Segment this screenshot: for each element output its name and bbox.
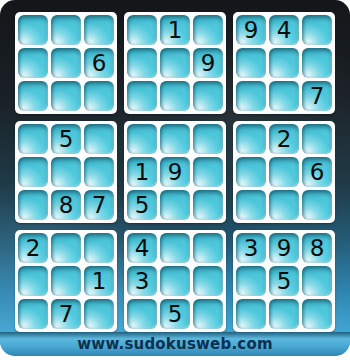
sudoku-cell-r8c2[interactable]: [51, 266, 81, 296]
sudoku-board: 619947587195262174353985: [15, 12, 335, 332]
sudoku-cell-r4c5[interactable]: [160, 124, 190, 154]
sudoku-box-3: 947: [233, 12, 335, 114]
sudoku-cell-r3c3[interactable]: [84, 81, 114, 111]
sudoku-box-7: 217: [15, 230, 117, 332]
sudoku-cell-r1c2[interactable]: [51, 15, 81, 45]
sudoku-cell-r9c1[interactable]: [18, 299, 48, 329]
sudoku-cell-r9c2[interactable]: 7: [51, 299, 81, 329]
sudoku-cell-r9c9[interactable]: [302, 299, 332, 329]
sudoku-cell-r4c3[interactable]: [84, 124, 114, 154]
sudoku-cell-r2c1[interactable]: [18, 48, 48, 78]
sudoku-cell-r2c7[interactable]: [236, 48, 266, 78]
sudoku-cell-r4c6[interactable]: [193, 124, 223, 154]
sudoku-cell-r8c5[interactable]: [160, 266, 190, 296]
sudoku-cell-r9c4[interactable]: [127, 299, 157, 329]
sudoku-cell-r5c9[interactable]: 6: [302, 157, 332, 187]
sudoku-cell-r8c8[interactable]: 5: [269, 266, 299, 296]
sudoku-cell-r4c8[interactable]: 2: [269, 124, 299, 154]
sudoku-cell-r1c6[interactable]: [193, 15, 223, 45]
sudoku-cell-r2c8[interactable]: [269, 48, 299, 78]
sudoku-cell-r9c7[interactable]: [236, 299, 266, 329]
sudoku-cell-r7c2[interactable]: [51, 233, 81, 263]
sudoku-cell-r2c3[interactable]: 6: [84, 48, 114, 78]
sudoku-cell-r2c2[interactable]: [51, 48, 81, 78]
sudoku-cell-r3c1[interactable]: [18, 81, 48, 111]
sudoku-cell-r7c8[interactable]: 9: [269, 233, 299, 263]
sudoku-cell-r5c3[interactable]: [84, 157, 114, 187]
sudoku-cell-r9c5[interactable]: 5: [160, 299, 190, 329]
sudoku-cell-r7c6[interactable]: [193, 233, 223, 263]
sudoku-cell-r5c1[interactable]: [18, 157, 48, 187]
sudoku-cell-r8c7[interactable]: [236, 266, 266, 296]
sudoku-cell-r7c4[interactable]: 4: [127, 233, 157, 263]
sudoku-cell-r3c7[interactable]: [236, 81, 266, 111]
sudoku-cell-r8c1[interactable]: [18, 266, 48, 296]
sudoku-cell-r3c6[interactable]: [193, 81, 223, 111]
sudoku-cell-r3c9[interactable]: 7: [302, 81, 332, 111]
sudoku-cell-r2c9[interactable]: [302, 48, 332, 78]
sudoku-cell-r4c9[interactable]: [302, 124, 332, 154]
sudoku-cell-r3c5[interactable]: [160, 81, 190, 111]
sudoku-cell-r8c3[interactable]: 1: [84, 266, 114, 296]
sudoku-box-4: 587: [15, 121, 117, 223]
sudoku-cell-r1c1[interactable]: [18, 15, 48, 45]
sudoku-cell-r8c9[interactable]: [302, 266, 332, 296]
sudoku-cell-r6c5[interactable]: [160, 190, 190, 220]
sudoku-cell-r3c8[interactable]: [269, 81, 299, 111]
sudoku-cell-r3c4[interactable]: [127, 81, 157, 111]
sudoku-cell-r6c8[interactable]: [269, 190, 299, 220]
sudoku-cell-r4c2[interactable]: 5: [51, 124, 81, 154]
sudoku-cell-r6c4[interactable]: 5: [127, 190, 157, 220]
sudoku-cell-r8c6[interactable]: [193, 266, 223, 296]
sudoku-cell-r5c8[interactable]: [269, 157, 299, 187]
sudoku-cell-r1c7[interactable]: 9: [236, 15, 266, 45]
sudoku-cell-r2c6[interactable]: 9: [193, 48, 223, 78]
sudoku-cell-r1c8[interactable]: 4: [269, 15, 299, 45]
sudoku-cell-r3c2[interactable]: [51, 81, 81, 111]
sudoku-cell-r5c5[interactable]: 9: [160, 157, 190, 187]
sudoku-cell-r5c4[interactable]: 1: [127, 157, 157, 187]
sudoku-cell-r6c7[interactable]: [236, 190, 266, 220]
sudoku-cell-r4c7[interactable]: [236, 124, 266, 154]
sudoku-cell-r7c7[interactable]: 3: [236, 233, 266, 263]
sudoku-box-2: 19: [124, 12, 226, 114]
sudoku-cell-r7c1[interactable]: 2: [18, 233, 48, 263]
sudoku-cell-r9c8[interactable]: [269, 299, 299, 329]
sudoku-cell-r5c7[interactable]: [236, 157, 266, 187]
sudoku-cell-r4c1[interactable]: [18, 124, 48, 154]
sudoku-cell-r7c5[interactable]: [160, 233, 190, 263]
sudoku-cell-r6c2[interactable]: 8: [51, 190, 81, 220]
sudoku-box-6: 26: [233, 121, 335, 223]
site-url[interactable]: www.sudokusweb.com: [77, 335, 272, 353]
sudoku-cell-r9c6[interactable]: [193, 299, 223, 329]
sudoku-cell-r1c4[interactable]: [127, 15, 157, 45]
sudoku-cell-r6c1[interactable]: [18, 190, 48, 220]
sudoku-cell-r9c3[interactable]: [84, 299, 114, 329]
sudoku-box-9: 3985: [233, 230, 335, 332]
sudoku-cell-r1c5[interactable]: 1: [160, 15, 190, 45]
sudoku-cell-r5c6[interactable]: [193, 157, 223, 187]
sudoku-cell-r6c3[interactable]: 7: [84, 190, 114, 220]
sudoku-box-8: 435: [124, 230, 226, 332]
sudoku-box-1: 6: [15, 12, 117, 114]
sudoku-cell-r2c5[interactable]: [160, 48, 190, 78]
footer-bar: www.sudokusweb.com: [0, 332, 350, 356]
sudoku-cell-r6c9[interactable]: [302, 190, 332, 220]
sudoku-cell-r7c9[interactable]: 8: [302, 233, 332, 263]
sudoku-cell-r7c3[interactable]: [84, 233, 114, 263]
sudoku-cell-r2c4[interactable]: [127, 48, 157, 78]
sudoku-cell-r5c2[interactable]: [51, 157, 81, 187]
sudoku-cell-r8c4[interactable]: 3: [127, 266, 157, 296]
sudoku-cell-r6c6[interactable]: [193, 190, 223, 220]
sudoku-app-frame: 619947587195262174353985 www.sudokusweb.…: [0, 0, 350, 356]
sudoku-cell-r1c3[interactable]: [84, 15, 114, 45]
sudoku-cell-r4c4[interactable]: [127, 124, 157, 154]
sudoku-cell-r1c9[interactable]: [302, 15, 332, 45]
sudoku-box-5: 195: [124, 121, 226, 223]
